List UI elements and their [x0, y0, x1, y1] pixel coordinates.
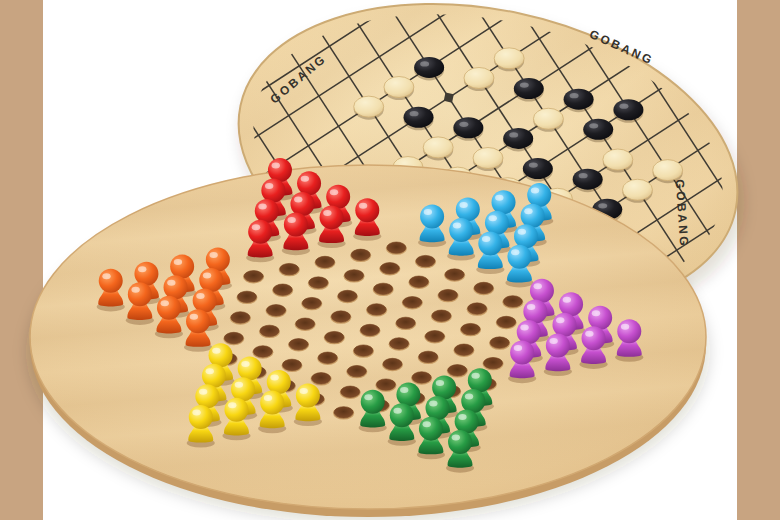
board-hole[interactable]: [333, 407, 354, 420]
gobang-stone-black[interactable]: [573, 169, 603, 193]
board-hole[interactable]: [317, 352, 338, 365]
board-hole[interactable]: [243, 271, 264, 284]
gobang-stone-black[interactable]: [564, 89, 594, 113]
gobang-stone-wood[interactable]: [473, 148, 503, 172]
board-hole[interactable]: [301, 297, 322, 310]
board-hole[interactable]: [346, 365, 367, 378]
board-hole[interactable]: [379, 263, 400, 276]
board-hole[interactable]: [344, 270, 365, 283]
board-hole[interactable]: [314, 256, 335, 269]
board-hole[interactable]: [496, 316, 517, 329]
board-hole[interactable]: [223, 332, 244, 345]
gobang-stone-wood[interactable]: [533, 108, 563, 132]
board-hole[interactable]: [483, 357, 504, 370]
board-hole[interactable]: [353, 345, 374, 358]
board-hole[interactable]: [288, 339, 309, 352]
board-hole[interactable]: [337, 290, 358, 303]
board-hole[interactable]: [460, 323, 481, 336]
board-hole[interactable]: [415, 255, 436, 268]
board-hole[interactable]: [431, 310, 452, 323]
board-hole[interactable]: [386, 242, 407, 255]
board-hole[interactable]: [279, 263, 300, 276]
gobang-stone-wood[interactable]: [464, 67, 494, 91]
board-hole[interactable]: [340, 386, 361, 399]
board-hole[interactable]: [252, 346, 273, 359]
board-hole[interactable]: [395, 317, 416, 330]
board-hole[interactable]: [424, 331, 445, 344]
board-hole[interactable]: [281, 359, 302, 372]
gobang-stone-black[interactable]: [514, 78, 544, 102]
board-hole[interactable]: [266, 305, 287, 318]
gobang-stone-wood[interactable]: [384, 77, 414, 101]
board-hole[interactable]: [453, 344, 474, 357]
star-point: [444, 93, 454, 103]
gobang-stone-black[interactable]: [503, 128, 533, 152]
board-hole[interactable]: [408, 276, 429, 289]
board-hole[interactable]: [447, 365, 468, 378]
board-hole[interactable]: [389, 338, 410, 351]
board-hole[interactable]: [295, 318, 316, 331]
product-photo: GOBANG GOBANG GOBANG: [0, 0, 780, 520]
board-hole[interactable]: [350, 249, 371, 262]
gobang-stone-wood[interactable]: [622, 179, 652, 203]
board-hole[interactable]: [308, 277, 329, 290]
board-hole[interactable]: [467, 303, 488, 316]
board-hole[interactable]: [502, 296, 523, 309]
board-hole[interactable]: [366, 304, 387, 317]
board-hole[interactable]: [373, 283, 394, 296]
gobang-stone-wood[interactable]: [603, 149, 633, 173]
gobang-stone-wood[interactable]: [423, 137, 453, 161]
board-hole[interactable]: [438, 289, 459, 302]
gobang-stone-black[interactable]: [453, 117, 483, 141]
board-hole[interactable]: [489, 337, 510, 350]
board-hole[interactable]: [311, 373, 332, 386]
gobang-stone-black[interactable]: [583, 119, 613, 143]
board-hole[interactable]: [230, 312, 251, 325]
board-hole[interactable]: [360, 324, 381, 337]
board-hole[interactable]: [330, 311, 351, 324]
gobang-stone-black[interactable]: [404, 107, 434, 131]
gobang-stone-black[interactable]: [523, 158, 553, 182]
board-hole[interactable]: [324, 331, 345, 344]
gobang-stone-black[interactable]: [414, 57, 444, 81]
board-hole[interactable]: [402, 297, 423, 310]
board-hole[interactable]: [272, 284, 293, 297]
board-hole[interactable]: [259, 325, 280, 338]
board-hole[interactable]: [444, 269, 465, 282]
gobang-stone-wood[interactable]: [354, 96, 384, 120]
board-hole[interactable]: [411, 372, 432, 385]
board-hole[interactable]: [236, 291, 257, 304]
board-hole[interactable]: [418, 351, 439, 364]
gobang-stone-wood[interactable]: [494, 48, 524, 72]
board-photo-canvas: GOBANG GOBANG GOBANG: [0, 0, 780, 520]
board-hole[interactable]: [382, 358, 403, 371]
gobang-stone-black[interactable]: [613, 99, 643, 123]
board-hole[interactable]: [375, 379, 396, 392]
board-hole[interactable]: [473, 282, 494, 295]
